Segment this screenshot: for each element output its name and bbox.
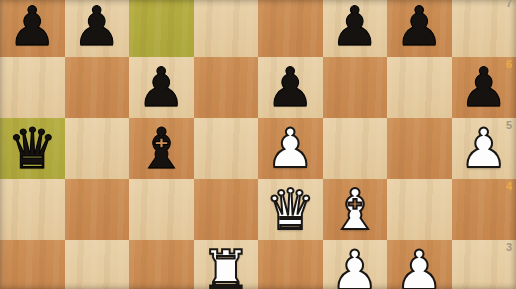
square-c4[interactable] — [129, 179, 194, 240]
square-c3[interactable] — [129, 240, 194, 289]
square-e5[interactable]: ♟ — [258, 118, 323, 179]
square-a4[interactable] — [0, 179, 65, 240]
square-d3[interactable]: ♜ — [194, 240, 259, 289]
square-d6[interactable] — [194, 57, 259, 118]
square-e3[interactable] — [258, 240, 323, 289]
coord-rank-5: 5 — [506, 120, 512, 131]
black-pawn[interactable]: ♟ — [331, 0, 379, 54]
square-d5[interactable] — [194, 118, 259, 179]
square-d7[interactable] — [194, 0, 259, 57]
black-pawn[interactable]: ♟ — [395, 0, 443, 54]
square-g5[interactable] — [387, 118, 452, 179]
black-pawn[interactable]: ♟ — [73, 0, 121, 54]
square-e4[interactable]: ♛ — [258, 179, 323, 240]
black-pawn[interactable]: ♟ — [266, 61, 314, 115]
coord-rank-7: 7 — [506, 0, 512, 9]
square-c5[interactable]: ♝ — [129, 118, 194, 179]
square-a7[interactable]: ♟ — [0, 0, 65, 57]
white-pawn[interactable]: ♟ — [266, 122, 314, 176]
square-b3[interactable] — [65, 240, 130, 289]
chess-board: ♟♟♟♟7♟♟6♟♛♝♟5♟♛♝4♜♟♟3 — [0, 0, 516, 289]
black-bishop[interactable]: ♝ — [136, 121, 186, 177]
square-b4[interactable] — [65, 179, 130, 240]
square-h3[interactable]: 3 — [452, 240, 516, 289]
black-pawn[interactable]: ♟ — [8, 0, 56, 54]
square-b5[interactable] — [65, 118, 130, 179]
square-f5[interactable] — [323, 118, 388, 179]
coord-rank-6: 6 — [506, 59, 512, 70]
square-a3[interactable] — [0, 240, 65, 289]
square-g3[interactable]: ♟ — [387, 240, 452, 289]
white-rook[interactable]: ♜ — [201, 243, 251, 289]
coord-rank-3: 3 — [506, 242, 512, 253]
square-d4[interactable] — [194, 179, 259, 240]
square-c6[interactable]: ♟ — [129, 57, 194, 118]
white-pawn[interactable]: ♟ — [331, 244, 379, 289]
white-pawn[interactable]: ♟ — [460, 122, 508, 176]
black-pawn[interactable]: ♟ — [137, 61, 185, 115]
square-f6[interactable] — [323, 57, 388, 118]
square-f7[interactable]: ♟ — [323, 0, 388, 57]
white-pawn[interactable]: ♟ — [395, 244, 443, 289]
white-queen[interactable]: ♛ — [265, 182, 315, 238]
square-a5[interactable]: ♛ — [0, 118, 65, 179]
square-b6[interactable] — [65, 57, 130, 118]
square-g7[interactable]: ♟ — [387, 0, 452, 57]
square-a6[interactable] — [0, 57, 65, 118]
square-h6[interactable]: 6♟ — [452, 57, 516, 118]
square-g4[interactable] — [387, 179, 452, 240]
square-h7[interactable]: 7 — [452, 0, 516, 57]
square-f3[interactable]: ♟ — [323, 240, 388, 289]
square-c7[interactable] — [129, 0, 194, 57]
square-b7[interactable]: ♟ — [65, 0, 130, 57]
square-e7[interactable] — [258, 0, 323, 57]
square-h4[interactable]: 4 — [452, 179, 516, 240]
coord-rank-4: 4 — [506, 181, 512, 192]
chess-board-viewport: ♟♟♟♟7♟♟6♟♛♝♟5♟♛♝4♜♟♟3 — [0, 0, 516, 289]
square-f4[interactable]: ♝ — [323, 179, 388, 240]
square-g6[interactable] — [387, 57, 452, 118]
black-pawn[interactable]: ♟ — [460, 61, 508, 115]
square-h5[interactable]: 5♟ — [452, 118, 516, 179]
black-queen[interactable]: ♛ — [7, 121, 57, 177]
square-e6[interactable]: ♟ — [258, 57, 323, 118]
white-bishop[interactable]: ♝ — [330, 182, 380, 238]
